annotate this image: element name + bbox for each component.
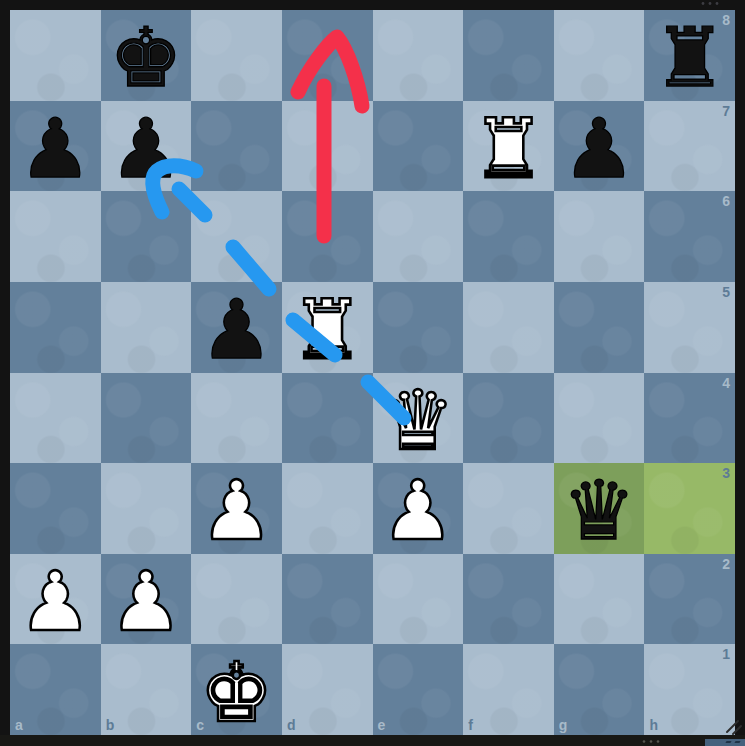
rank-label-1: 1 (722, 646, 730, 662)
rank-label-2: 2 (722, 556, 730, 572)
square-d8[interactable] (282, 10, 373, 101)
square-g5[interactable] (554, 282, 645, 373)
piece-black-pawn[interactable]: ♟ (554, 104, 645, 195)
piece-white-pawn[interactable]: ♟ (10, 557, 101, 648)
file-label-d: d (287, 717, 296, 733)
square-h2[interactable]: 2 (644, 554, 735, 645)
square-h6[interactable]: 6 (644, 191, 735, 282)
square-g6[interactable] (554, 191, 645, 282)
square-e1[interactable]: e (373, 644, 464, 735)
square-h5[interactable]: 5 (644, 282, 735, 373)
square-a7[interactable]: ♟ (10, 101, 101, 192)
square-a1[interactable]: a (10, 644, 101, 735)
square-g8[interactable] (554, 10, 645, 101)
rank-label-3: 3 (722, 465, 730, 481)
square-c6[interactable] (191, 191, 282, 282)
piece-black-pawn[interactable]: ♟ (10, 104, 101, 195)
chess-board: ♚8♜♟♟♜♟76♟♜5♛4♟♟♛3♟♟2abc♚defgh1 (10, 10, 735, 735)
square-f3[interactable] (463, 463, 554, 554)
bottom-bar (0, 735, 745, 746)
square-b7[interactable]: ♟ (101, 101, 192, 192)
square-h8[interactable]: 8♜ (644, 10, 735, 101)
square-d4[interactable] (282, 373, 373, 464)
square-f5[interactable] (463, 282, 554, 373)
piece-white-queen[interactable]: ♛ (373, 376, 464, 467)
square-h1[interactable]: h1 (644, 644, 735, 735)
square-b3[interactable] (101, 463, 192, 554)
square-a6[interactable] (10, 191, 101, 282)
file-label-c: c (196, 717, 204, 733)
bottom-accent-bar (705, 739, 745, 746)
resize-handle[interactable] (725, 719, 743, 736)
square-d3[interactable] (282, 463, 373, 554)
square-a4[interactable] (10, 373, 101, 464)
file-label-g: g (559, 717, 568, 733)
square-c2[interactable] (191, 554, 282, 645)
piece-black-king[interactable]: ♚ (101, 13, 192, 104)
piece-white-rook[interactable]: ♜ (463, 104, 554, 195)
rank-label-5: 5 (722, 284, 730, 300)
square-g3[interactable]: ♛ (554, 463, 645, 554)
file-label-b: b (106, 717, 115, 733)
square-b5[interactable] (101, 282, 192, 373)
square-e4[interactable]: ♛ (373, 373, 464, 464)
square-c5[interactable]: ♟ (191, 282, 282, 373)
rank-label-7: 7 (722, 103, 730, 119)
square-c4[interactable] (191, 373, 282, 464)
square-e2[interactable] (373, 554, 464, 645)
square-a8[interactable] (10, 10, 101, 101)
piece-black-pawn[interactable]: ♟ (191, 285, 282, 376)
rank-label-8: 8 (722, 12, 730, 28)
square-c1[interactable]: c♚ (191, 644, 282, 735)
square-d6[interactable] (282, 191, 373, 282)
square-c7[interactable] (191, 101, 282, 192)
square-f6[interactable] (463, 191, 554, 282)
piece-white-pawn[interactable]: ♟ (191, 466, 282, 557)
square-b8[interactable]: ♚ (101, 10, 192, 101)
square-e7[interactable] (373, 101, 464, 192)
file-label-e: e (378, 717, 386, 733)
file-label-h: h (649, 717, 658, 733)
square-a3[interactable] (10, 463, 101, 554)
accent-tick (725, 741, 731, 743)
square-d1[interactable]: d (282, 644, 373, 735)
square-b1[interactable]: b (101, 644, 192, 735)
square-f7[interactable]: ♜ (463, 101, 554, 192)
square-d7[interactable] (282, 101, 373, 192)
overflow-dots-top (695, 0, 725, 8)
square-d5[interactable]: ♜ (282, 282, 373, 373)
square-f4[interactable] (463, 373, 554, 464)
square-g7[interactable]: ♟ (554, 101, 645, 192)
square-c3[interactable]: ♟ (191, 463, 282, 554)
square-e3[interactable]: ♟ (373, 463, 464, 554)
square-d2[interactable] (282, 554, 373, 645)
square-h7[interactable]: 7 (644, 101, 735, 192)
overflow-dots-bottom (640, 739, 664, 744)
piece-white-king[interactable]: ♚ (191, 647, 282, 738)
file-label-f: f (468, 717, 473, 733)
piece-white-pawn[interactable]: ♟ (373, 466, 464, 557)
square-a5[interactable] (10, 282, 101, 373)
square-b6[interactable] (101, 191, 192, 282)
square-g2[interactable] (554, 554, 645, 645)
square-h3[interactable]: 3 (644, 463, 735, 554)
rank-label-6: 6 (722, 193, 730, 209)
piece-black-pawn[interactable]: ♟ (101, 104, 192, 195)
square-g1[interactable]: g (554, 644, 645, 735)
square-b2[interactable]: ♟ (101, 554, 192, 645)
piece-black-queen[interactable]: ♛ (554, 466, 645, 557)
square-e8[interactable] (373, 10, 464, 101)
square-f2[interactable] (463, 554, 554, 645)
square-e6[interactable] (373, 191, 464, 282)
square-g4[interactable] (554, 373, 645, 464)
piece-white-pawn[interactable]: ♟ (101, 557, 192, 648)
rank-label-4: 4 (722, 375, 730, 391)
square-f8[interactable] (463, 10, 554, 101)
square-e5[interactable] (373, 282, 464, 373)
piece-white-rook[interactable]: ♜ (282, 285, 373, 376)
file-label-a: a (15, 717, 23, 733)
square-a2[interactable]: ♟ (10, 554, 101, 645)
square-b4[interactable] (101, 373, 192, 464)
board-frame: ♚8♜♟♟♜♟76♟♜5♛4♟♟♛3♟♟2abc♚defgh1 (0, 0, 745, 746)
square-h4[interactable]: 4 (644, 373, 735, 464)
square-c8[interactable] (191, 10, 282, 101)
square-f1[interactable]: f (463, 644, 554, 735)
accent-tick (734, 741, 740, 743)
